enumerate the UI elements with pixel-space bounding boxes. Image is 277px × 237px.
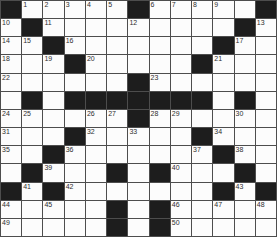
clue-number: 37 <box>193 146 201 154</box>
cell[interactable] <box>256 37 276 54</box>
cell[interactable]: 40 <box>171 164 191 181</box>
cell[interactable] <box>192 37 212 54</box>
cell[interactable]: 39 <box>43 164 63 181</box>
clue-number: 36 <box>66 146 74 154</box>
clue-number: 47 <box>214 201 222 209</box>
cell[interactable] <box>107 55 127 72</box>
cell[interactable] <box>256 146 276 163</box>
clue-number: 14 <box>2 37 10 45</box>
clue-number: 49 <box>2 219 10 227</box>
cell[interactable] <box>43 110 63 127</box>
clue-number: 34 <box>214 128 222 136</box>
block-cell <box>128 110 148 127</box>
cell[interactable] <box>128 37 148 54</box>
cell[interactable]: 21 <box>213 55 233 72</box>
block-cell <box>235 164 255 181</box>
cell[interactable] <box>22 201 42 218</box>
cell[interactable] <box>43 219 63 236</box>
cell[interactable]: 26 <box>86 110 106 127</box>
cell[interactable]: 27 <box>107 110 127 127</box>
cell[interactable]: 23 <box>150 74 170 91</box>
clue-number: 41 <box>23 183 31 191</box>
cell[interactable]: 30 <box>235 110 255 127</box>
cell[interactable] <box>235 219 255 236</box>
cell[interactable] <box>43 74 63 91</box>
cell[interactable] <box>235 55 255 72</box>
block-cell <box>150 201 170 218</box>
cell[interactable]: 11 <box>43 19 63 36</box>
cell[interactable]: 12 <box>128 19 148 36</box>
block-cell <box>107 92 127 109</box>
clue-number: 13 <box>257 19 265 27</box>
cell[interactable]: 14 <box>1 37 21 54</box>
cell[interactable] <box>86 219 106 236</box>
block-cell <box>192 55 212 72</box>
block-cell <box>192 128 212 145</box>
cell[interactable] <box>128 55 148 72</box>
clue-number: 32 <box>87 128 95 136</box>
block-cell <box>86 92 106 109</box>
clue-number: 23 <box>151 74 159 82</box>
cell[interactable] <box>213 92 233 109</box>
block-cell <box>22 164 42 181</box>
block-cell <box>171 92 191 109</box>
cell[interactable]: 45 <box>43 201 63 218</box>
clue-number: 5 <box>108 1 112 9</box>
clue-number: 17 <box>236 37 244 45</box>
block-cell <box>150 164 170 181</box>
block-cell <box>22 92 42 109</box>
clue-number: 8 <box>193 1 197 9</box>
block-cell <box>1 1 21 18</box>
cell[interactable]: 3 <box>65 1 85 18</box>
clue-number: 18 <box>2 55 10 63</box>
clue-number: 16 <box>66 37 74 45</box>
cell[interactable] <box>256 74 276 91</box>
cell[interactable]: 47 <box>213 201 233 218</box>
cell[interactable] <box>128 201 148 218</box>
cell[interactable] <box>86 74 106 91</box>
cell[interactable]: 1 <box>22 1 42 18</box>
cell[interactable]: 43 <box>235 183 255 200</box>
clue-number: 28 <box>151 110 159 118</box>
clue-number: 12 <box>129 19 137 27</box>
cell[interactable] <box>107 183 127 200</box>
cell[interactable]: 35 <box>1 146 21 163</box>
cell[interactable] <box>43 128 63 145</box>
clue-number: 31 <box>2 128 10 136</box>
cell[interactable] <box>213 74 233 91</box>
cell[interactable]: 32 <box>86 128 106 145</box>
cell[interactable]: 19 <box>43 55 63 72</box>
block-cell <box>43 146 63 163</box>
cell[interactable]: 7 <box>171 1 191 18</box>
cell[interactable]: 10 <box>1 19 21 36</box>
clue-number: 11 <box>44 19 51 27</box>
clue-number: 15 <box>23 37 31 45</box>
cell[interactable]: 37 <box>192 146 212 163</box>
cell[interactable] <box>65 219 85 236</box>
cell[interactable]: 13 <box>256 19 276 36</box>
cell[interactable] <box>171 183 191 200</box>
clue-number: 45 <box>44 201 52 209</box>
cell[interactable]: 8 <box>192 1 212 18</box>
cell[interactable]: 6 <box>150 1 170 18</box>
block-cell <box>150 219 170 236</box>
cell[interactable] <box>150 37 170 54</box>
cell[interactable] <box>213 219 233 236</box>
clue-number: 35 <box>2 146 10 154</box>
clue-number: 43 <box>236 183 244 191</box>
clue-number: 22 <box>2 74 10 82</box>
cell[interactable] <box>213 19 233 36</box>
clue-number: 24 <box>2 110 10 118</box>
block-cell <box>213 37 233 54</box>
crossword-diagram: 1234567891011121314151617181920212223242… <box>0 0 277 237</box>
clue-number: 7 <box>172 1 176 9</box>
clue-number: 27 <box>108 110 116 118</box>
clue-number: 10 <box>2 19 10 27</box>
clue-number: 46 <box>172 201 180 209</box>
cell[interactable]: 25 <box>22 110 42 127</box>
cell[interactable] <box>150 146 170 163</box>
cell[interactable]: 16 <box>65 37 85 54</box>
cell[interactable]: 20 <box>86 55 106 72</box>
clue-number: 21 <box>214 55 222 63</box>
cell[interactable]: 46 <box>171 201 191 218</box>
block-cell <box>65 55 85 72</box>
cell[interactable]: 33 <box>128 128 148 145</box>
cell[interactable] <box>256 110 276 127</box>
cell[interactable] <box>65 19 85 36</box>
cell[interactable] <box>192 183 212 200</box>
clue-number: 38 <box>236 146 244 154</box>
cell[interactable] <box>107 19 127 36</box>
block-cell <box>65 92 85 109</box>
block-cell <box>213 183 233 200</box>
cell[interactable] <box>171 146 191 163</box>
clue-number: 50 <box>172 219 180 227</box>
block-cell <box>213 146 233 163</box>
cell[interactable] <box>86 201 106 218</box>
clue-number: 33 <box>129 128 137 136</box>
clue-number: 26 <box>87 110 95 118</box>
block-cell <box>107 164 127 181</box>
cell[interactable] <box>128 146 148 163</box>
cell[interactable] <box>235 1 255 18</box>
block-cell <box>256 1 276 18</box>
block-cell <box>128 74 148 91</box>
cell[interactable] <box>65 164 85 181</box>
cell[interactable] <box>235 128 255 145</box>
cell[interactable] <box>192 201 212 218</box>
clue-number: 44 <box>2 201 10 209</box>
cell[interactable] <box>171 128 191 145</box>
cell[interactable] <box>192 19 212 36</box>
cell[interactable]: 29 <box>171 110 191 127</box>
cell[interactable] <box>107 74 127 91</box>
block-cell <box>128 1 148 18</box>
block-cell <box>192 92 212 109</box>
cell[interactable] <box>128 164 148 181</box>
cell[interactable] <box>65 201 85 218</box>
cell[interactable] <box>22 74 42 91</box>
cell[interactable] <box>192 74 212 91</box>
cell[interactable] <box>235 201 255 218</box>
cell[interactable]: 34 <box>213 128 233 145</box>
cell[interactable]: 31 <box>1 128 21 145</box>
cell[interactable]: 41 <box>22 183 42 200</box>
cell[interactable] <box>150 183 170 200</box>
block-cell <box>43 183 63 200</box>
block-cell <box>128 92 148 109</box>
clue-number: 9 <box>214 1 218 9</box>
cell[interactable] <box>213 164 233 181</box>
block-cell <box>107 201 127 218</box>
crossword-board: 1234567891011121314151617181920212223242… <box>0 0 277 237</box>
cell[interactable] <box>171 19 191 36</box>
cell[interactable] <box>86 146 106 163</box>
cell[interactable] <box>86 164 106 181</box>
cell[interactable] <box>256 128 276 145</box>
cell[interactable]: 24 <box>1 110 21 127</box>
cell[interactable]: 2 <box>43 1 63 18</box>
cell[interactable] <box>171 74 191 91</box>
block-cell <box>235 19 255 36</box>
cell[interactable]: 44 <box>1 201 21 218</box>
clue-number: 40 <box>172 164 180 172</box>
cell[interactable] <box>150 128 170 145</box>
cell[interactable] <box>107 37 127 54</box>
clue-number: 42 <box>66 183 74 191</box>
clue-number: 20 <box>87 55 95 63</box>
cell[interactable] <box>192 219 212 236</box>
cell[interactable]: 18 <box>1 55 21 72</box>
clue-number: 29 <box>172 110 180 118</box>
clue-number: 3 <box>66 1 70 9</box>
cell[interactable] <box>86 19 106 36</box>
block-cell <box>1 183 21 200</box>
cell[interactable]: 42 <box>65 183 85 200</box>
block-cell <box>150 92 170 109</box>
cell[interactable] <box>43 92 63 109</box>
cell[interactable] <box>171 55 191 72</box>
cell[interactable] <box>235 74 255 91</box>
cell[interactable]: 22 <box>1 74 21 91</box>
cell[interactable]: 49 <box>1 219 21 236</box>
clue-number: 19 <box>44 55 52 63</box>
clue-number: 30 <box>236 110 244 118</box>
cell[interactable] <box>256 55 276 72</box>
cell[interactable] <box>22 146 42 163</box>
cell[interactable]: 28 <box>150 110 170 127</box>
clue-number: 1 <box>23 1 27 9</box>
cell[interactable] <box>22 128 42 145</box>
cell[interactable] <box>107 146 127 163</box>
clue-number: 2 <box>44 1 48 9</box>
cell[interactable] <box>256 92 276 109</box>
cell[interactable] <box>86 37 106 54</box>
cell[interactable] <box>192 164 212 181</box>
cell[interactable] <box>171 37 191 54</box>
cell[interactable]: 9 <box>213 1 233 18</box>
cell[interactable] <box>128 183 148 200</box>
cell[interactable]: 48 <box>256 201 276 218</box>
cell[interactable]: 50 <box>171 219 191 236</box>
block-cell <box>256 183 276 200</box>
cell[interactable] <box>65 74 85 91</box>
cell[interactable] <box>1 92 21 109</box>
clue-number: 4 <box>87 1 91 9</box>
cell[interactable]: 17 <box>235 37 255 54</box>
cell[interactable] <box>213 110 233 127</box>
cell[interactable] <box>150 19 170 36</box>
cell[interactable] <box>107 128 127 145</box>
cell[interactable]: 15 <box>22 37 42 54</box>
block-cell <box>107 219 127 236</box>
block-cell <box>22 19 42 36</box>
clue-number: 48 <box>257 201 265 209</box>
block-cell <box>65 128 85 145</box>
cell[interactable] <box>128 219 148 236</box>
cell[interactable]: 4 <box>86 1 106 18</box>
cell[interactable]: 5 <box>107 1 127 18</box>
block-cell <box>235 92 255 109</box>
cell[interactable]: 38 <box>235 146 255 163</box>
cell[interactable] <box>86 183 106 200</box>
cell[interactable]: 36 <box>65 146 85 163</box>
clue-number: 25 <box>23 110 31 118</box>
cell[interactable] <box>256 164 276 181</box>
cell[interactable] <box>1 164 21 181</box>
cell[interactable] <box>256 219 276 236</box>
cell[interactable] <box>65 110 85 127</box>
clue-number: 6 <box>151 1 155 9</box>
cell[interactable] <box>192 110 212 127</box>
clue-number: 39 <box>44 164 52 172</box>
block-cell <box>43 37 63 54</box>
cell[interactable] <box>150 55 170 72</box>
cell[interactable] <box>22 219 42 236</box>
cell[interactable] <box>22 55 42 72</box>
